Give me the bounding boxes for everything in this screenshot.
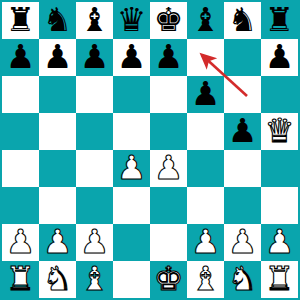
- square-e2[interactable]: [150, 224, 187, 261]
- square-h3[interactable]: [261, 187, 298, 224]
- square-g1[interactable]: ♞: [224, 261, 261, 298]
- white-rook-piece: ♜: [6, 261, 36, 297]
- square-c5[interactable]: [76, 113, 113, 150]
- square-c2[interactable]: ♟: [76, 224, 113, 261]
- chess-board-frame: ♜♞♝♛♚♝♞♜♟♟♟♟♟♟♟♟♛♟♟♟♟♟♟♟♟♜♞♝♚♝♞♜: [0, 0, 300, 300]
- square-a3[interactable]: [2, 187, 39, 224]
- square-f3[interactable]: [187, 187, 224, 224]
- square-d1[interactable]: [113, 261, 150, 298]
- square-g7[interactable]: [224, 39, 261, 76]
- black-pawn-piece: ♟: [154, 39, 184, 75]
- black-pawn-piece: ♟: [6, 39, 36, 75]
- square-d8[interactable]: ♛: [113, 2, 150, 39]
- square-f2[interactable]: ♟: [187, 224, 224, 261]
- square-d7[interactable]: ♟: [113, 39, 150, 76]
- square-b1[interactable]: ♞: [39, 261, 76, 298]
- square-c1[interactable]: ♝: [76, 261, 113, 298]
- black-rook-piece: ♜: [265, 2, 295, 38]
- white-pawn-piece: ♟: [117, 150, 147, 186]
- square-e5[interactable]: [150, 113, 187, 150]
- square-f1[interactable]: ♝: [187, 261, 224, 298]
- square-h4[interactable]: [261, 150, 298, 187]
- square-b7[interactable]: ♟: [39, 39, 76, 76]
- white-pawn-piece: ♟: [265, 224, 295, 260]
- square-c3[interactable]: [76, 187, 113, 224]
- square-f8[interactable]: ♝: [187, 2, 224, 39]
- square-d5[interactable]: [113, 113, 150, 150]
- square-d6[interactable]: [113, 76, 150, 113]
- square-h7[interactable]: ♟: [261, 39, 298, 76]
- square-g6[interactable]: [224, 76, 261, 113]
- black-pawn-piece: ♟: [265, 39, 295, 75]
- square-b2[interactable]: ♟: [39, 224, 76, 261]
- white-pawn-piece: ♟: [80, 224, 110, 260]
- black-pawn-piece: ♟: [80, 39, 110, 75]
- square-b8[interactable]: ♞: [39, 2, 76, 39]
- square-h6[interactable]: [261, 76, 298, 113]
- square-a4[interactable]: [2, 150, 39, 187]
- square-d2[interactable]: [113, 224, 150, 261]
- square-f5[interactable]: [187, 113, 224, 150]
- square-b5[interactable]: [39, 113, 76, 150]
- white-bishop-piece: ♝: [191, 261, 221, 297]
- square-f4[interactable]: [187, 150, 224, 187]
- square-c8[interactable]: ♝: [76, 2, 113, 39]
- black-bishop-piece: ♝: [80, 2, 110, 38]
- square-h2[interactable]: ♟: [261, 224, 298, 261]
- square-g2[interactable]: ♟: [224, 224, 261, 261]
- square-a5[interactable]: [2, 113, 39, 150]
- square-d3[interactable]: [113, 187, 150, 224]
- square-a7[interactable]: ♟: [2, 39, 39, 76]
- white-pawn-piece: ♟: [6, 224, 36, 260]
- white-bishop-piece: ♝: [80, 261, 110, 297]
- white-knight-piece: ♞: [228, 261, 258, 297]
- square-d4[interactable]: ♟: [113, 150, 150, 187]
- square-b4[interactable]: [39, 150, 76, 187]
- square-a6[interactable]: [2, 76, 39, 113]
- white-knight-piece: ♞: [43, 261, 73, 297]
- chess-board: ♜♞♝♛♚♝♞♜♟♟♟♟♟♟♟♟♛♟♟♟♟♟♟♟♟♜♞♝♚♝♞♜: [2, 2, 298, 298]
- square-e3[interactable]: [150, 187, 187, 224]
- black-knight-piece: ♞: [228, 2, 258, 38]
- black-queen-piece: ♛: [117, 2, 147, 38]
- square-c6[interactable]: [76, 76, 113, 113]
- white-pawn-piece: ♟: [154, 150, 184, 186]
- white-pawn-piece: ♟: [228, 224, 258, 260]
- white-queen-piece: ♛: [265, 113, 295, 149]
- white-king-piece: ♚: [154, 261, 184, 297]
- square-e7[interactable]: ♟: [150, 39, 187, 76]
- square-g5[interactable]: ♟: [224, 113, 261, 150]
- square-h5[interactable]: ♛: [261, 113, 298, 150]
- square-h1[interactable]: ♜: [261, 261, 298, 298]
- square-g3[interactable]: [224, 187, 261, 224]
- black-rook-piece: ♜: [6, 2, 36, 38]
- black-pawn-piece: ♟: [191, 76, 221, 112]
- black-pawn-piece: ♟: [43, 39, 73, 75]
- white-rook-piece: ♜: [265, 261, 295, 297]
- square-a1[interactable]: ♜: [2, 261, 39, 298]
- square-b6[interactable]: [39, 76, 76, 113]
- square-a8[interactable]: ♜: [2, 2, 39, 39]
- black-pawn-piece: ♟: [117, 39, 147, 75]
- black-bishop-piece: ♝: [191, 2, 221, 38]
- square-a2[interactable]: ♟: [2, 224, 39, 261]
- square-e6[interactable]: [150, 76, 187, 113]
- square-c7[interactable]: ♟: [76, 39, 113, 76]
- square-c4[interactable]: [76, 150, 113, 187]
- white-pawn-piece: ♟: [43, 224, 73, 260]
- black-knight-piece: ♞: [43, 2, 73, 38]
- square-f7[interactable]: [187, 39, 224, 76]
- square-f6[interactable]: ♟: [187, 76, 224, 113]
- black-king-piece: ♚: [154, 2, 184, 38]
- square-h8[interactable]: ♜: [261, 2, 298, 39]
- black-pawn-piece: ♟: [228, 113, 258, 149]
- square-g4[interactable]: [224, 150, 261, 187]
- square-e8[interactable]: ♚: [150, 2, 187, 39]
- white-pawn-piece: ♟: [191, 224, 221, 260]
- square-g8[interactable]: ♞: [224, 2, 261, 39]
- square-b3[interactable]: [39, 187, 76, 224]
- square-e1[interactable]: ♚: [150, 261, 187, 298]
- square-e4[interactable]: ♟: [150, 150, 187, 187]
